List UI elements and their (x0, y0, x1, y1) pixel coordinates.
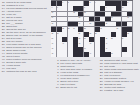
clue-number: 25 (84, 27, 85, 29)
clue-number: 49 (89, 52, 90, 54)
grid-cell[interactable]: 13 (84, 12, 89, 17)
grid-cell[interactable] (62, 47, 67, 52)
grid-cell[interactable] (116, 37, 121, 42)
clue-number: 46 (84, 47, 85, 49)
clue-number: 43 (89, 42, 90, 44)
clue-number: 18 (52, 22, 53, 24)
grid-cell-black (111, 1, 116, 6)
clue-number: 17 (127, 16, 128, 18)
clue-number: 1 (62, 1, 63, 3)
clue-number: 36 (84, 37, 85, 39)
grid-cell-black (122, 27, 127, 32)
grid-cell[interactable] (95, 6, 100, 11)
grid-cell[interactable]: 39 (122, 37, 127, 42)
grid-cell[interactable]: 32 (95, 32, 100, 37)
grid-cell[interactable] (68, 47, 73, 52)
clue-item-number: 50. (2, 70, 6, 73)
grid-cell[interactable] (127, 22, 132, 27)
grid-cell-black (78, 6, 83, 11)
grid-cell[interactable]: 4 (95, 1, 100, 6)
grid-cell[interactable] (127, 52, 132, 57)
grid-cell[interactable] (105, 27, 110, 32)
grid-cell-black (84, 52, 89, 57)
grid-cell[interactable]: 31 (89, 32, 94, 37)
grid-cell[interactable]: 18 (51, 22, 56, 27)
across-clue-list: 11. Places to dry fresh hops13. Classica… (2, 1, 51, 73)
grid-cell[interactable]: 36 (84, 37, 89, 42)
grid-cell-black (116, 1, 121, 6)
grid-cell-black (100, 42, 105, 47)
grid-cell[interactable]: 41 (62, 42, 67, 47)
grid-cell[interactable] (68, 12, 73, 17)
grid-cell[interactable] (116, 42, 121, 47)
grid-cell[interactable] (62, 52, 67, 57)
clue-number: 13 (84, 11, 85, 13)
grid-cell[interactable] (84, 17, 89, 22)
grid-cell-black (73, 52, 78, 57)
grid-cell[interactable] (68, 32, 73, 37)
grid-cell[interactable] (89, 6, 94, 11)
grid-cell-black (100, 12, 105, 17)
grid-cell[interactable]: 20 (89, 22, 94, 27)
clue-number: 5 (127, 1, 128, 3)
grid-cell[interactable]: 7 (57, 6, 62, 11)
grid-cell[interactable] (62, 32, 67, 37)
grid-cell[interactable]: 38 (111, 37, 116, 42)
grid-cell[interactable] (100, 17, 105, 22)
grid-cell[interactable] (62, 17, 67, 22)
crossword-grid[interactable]: 1234567891011121314151617181920212223242… (51, 0, 133, 57)
grid-cell[interactable] (73, 17, 78, 22)
grid-cell[interactable]: 21 (105, 22, 110, 27)
clue-number: 21 (106, 22, 107, 24)
grid-cell[interactable]: 49 (89, 52, 94, 57)
clue-number: 44 (106, 42, 107, 44)
grid-cell[interactable]: 33 (127, 32, 132, 37)
grid-cell[interactable]: 46 (84, 47, 89, 52)
clue-number: 37 (106, 37, 107, 39)
clue-number: 2 (68, 1, 69, 3)
clue-number: 4 (95, 1, 96, 3)
grid-cell[interactable]: 2 (68, 1, 73, 6)
clue-number: 8 (84, 6, 85, 8)
down-clue-list-right: 12. Sunscreen stat, briefly15. Long-runn… (100, 59, 140, 92)
grid-cell[interactable] (57, 52, 62, 57)
clue-item-number: 30. (100, 89, 104, 92)
grid-cell-black (73, 47, 78, 52)
clue-number: 16 (111, 16, 112, 18)
clue-number: 10 (122, 6, 123, 8)
grid-cell[interactable] (100, 1, 105, 6)
clue-number: 33 (127, 32, 128, 34)
grid-cell[interactable] (57, 42, 62, 47)
grid-cell[interactable] (73, 32, 78, 37)
grid-cell[interactable] (122, 42, 127, 47)
grid-cell[interactable] (111, 22, 116, 27)
grid-cell-black (122, 22, 127, 27)
grid-cell[interactable] (57, 12, 62, 17)
grid-cell[interactable] (68, 6, 73, 11)
clue-number: 15 (79, 16, 80, 18)
grid-cell[interactable]: 9 (105, 6, 110, 11)
grid-cell[interactable] (68, 42, 73, 47)
grid-cell[interactable] (57, 37, 62, 42)
grid-cell[interactable]: 5 (127, 1, 132, 6)
grid-cell[interactable]: 26 (100, 27, 105, 32)
grid-cell[interactable]: 16 (111, 17, 116, 22)
grid-cell[interactable]: 19 (78, 22, 83, 27)
grid-cell[interactable] (122, 17, 127, 22)
grid-cell[interactable] (57, 47, 62, 52)
grid-cell[interactable] (57, 22, 62, 27)
down-clue-list-left: 1. Drawn in “The Age of Anxiety”2. Like … (56, 59, 99, 89)
clue-number: 50 (111, 52, 112, 54)
grid-cell-black (78, 52, 83, 57)
grid-cell[interactable] (95, 42, 100, 47)
grid-cell[interactable] (73, 1, 78, 6)
grid-cell[interactable] (95, 52, 100, 57)
grid-cell-black (116, 12, 121, 17)
clue-number: 19 (79, 22, 80, 24)
clue-number: 3 (89, 1, 90, 3)
clue-number: 29 (57, 32, 58, 34)
clue-number: 34 (52, 37, 53, 39)
clue-number: 14 (52, 16, 53, 18)
grid-cell-black (122, 47, 127, 52)
clue-number: 7 (57, 6, 58, 8)
grid-cell[interactable] (111, 42, 116, 47)
grid-cell[interactable] (95, 47, 100, 52)
clue-item-number: 10. (56, 86, 60, 89)
clue-item: 30. Frosted, as a cake (100, 89, 140, 92)
clue-number: 45 (52, 47, 53, 49)
grid-cell[interactable]: 1 (62, 1, 67, 6)
grid-cell[interactable] (100, 32, 105, 37)
clue-number: 47 (106, 47, 107, 49)
grid-cell[interactable] (78, 1, 83, 6)
clue-number: 12 (73, 11, 74, 13)
grid-cell[interactable] (111, 27, 116, 32)
grid-cell-black (116, 6, 121, 11)
grid-cell-black (100, 37, 105, 42)
grid-cell[interactable] (116, 47, 121, 52)
clue-item: 50. Watched the kids all day long (2, 70, 51, 73)
clue-number: 32 (95, 32, 96, 34)
clue-number: 40 (52, 42, 53, 44)
grid-cell[interactable]: 47 (105, 47, 110, 52)
clue-number: 30 (79, 32, 80, 34)
grid-cell-black (78, 47, 83, 52)
grid-cell[interactable] (111, 6, 116, 11)
grid-cell-black (73, 37, 78, 42)
grid-cell-black (100, 52, 105, 57)
clue-number: 22 (62, 27, 63, 29)
clue-number: 35 (79, 37, 80, 39)
grid-cell[interactable]: 10 (122, 6, 127, 11)
grid-cell-black (100, 6, 105, 11)
clue-number: 41 (62, 42, 63, 44)
grid-cell[interactable]: 43 (89, 42, 94, 47)
grid-cell[interactable] (127, 6, 132, 11)
grid-cell[interactable] (116, 52, 121, 57)
grid-cell-black (95, 12, 100, 17)
grid-cell[interactable] (116, 32, 121, 37)
clue-number: 24 (73, 27, 74, 29)
grid-cell[interactable] (57, 17, 62, 22)
clue-number: 42 (79, 42, 80, 44)
grid-cell[interactable]: 27 (116, 27, 121, 32)
grid-cell[interactable] (68, 52, 73, 57)
clue-item: 10. Small bite to eat (56, 86, 99, 89)
clue-number: 27 (116, 27, 117, 29)
clue-number: 11 (52, 11, 53, 13)
clue-number: 31 (89, 32, 90, 34)
grid-cell[interactable] (68, 37, 73, 42)
grid-cell[interactable]: 50 (111, 52, 116, 57)
grid-cell-black (73, 42, 78, 47)
grid-cell-black (105, 52, 110, 57)
grid-cell-black (95, 17, 100, 22)
grid-cell[interactable] (127, 42, 132, 47)
grid-cell[interactable]: 29 (57, 32, 62, 37)
grid-cell[interactable] (122, 12, 127, 17)
grid-cell[interactable]: 3 (89, 1, 94, 6)
grid-cell[interactable] (62, 12, 67, 17)
clue-number: 23 (68, 27, 69, 29)
crossword-puzzle-page: 11. Places to dry fresh hops13. Classica… (0, 0, 140, 105)
grid-cell[interactable]: 42 (78, 42, 83, 47)
grid-cell[interactable]: 24 (73, 27, 78, 32)
grid-cell[interactable]: 23 (68, 27, 73, 32)
grid-cell-black (100, 47, 105, 52)
grid-cell[interactable] (105, 12, 110, 17)
grid-cell[interactable] (95, 37, 100, 42)
grid-cell-black (95, 22, 100, 27)
grid-cell[interactable] (89, 12, 94, 17)
clue-number: 26 (100, 27, 101, 29)
grid-cell[interactable] (62, 6, 67, 11)
grid-cell[interactable]: 25 (84, 27, 89, 32)
grid-cell[interactable] (127, 37, 132, 42)
grid-cell[interactable] (68, 17, 73, 22)
grid-cell[interactable]: 22 (62, 27, 67, 32)
clue-number: 20 (89, 22, 90, 24)
grid-cell[interactable]: 12 (73, 12, 78, 17)
grid-cell[interactable] (122, 52, 127, 57)
clue-number: 6 (52, 6, 53, 8)
clue-number: 28 (52, 32, 53, 34)
grid-cell[interactable] (127, 47, 132, 52)
grid-cell[interactable]: 17 (127, 17, 132, 22)
clue-number: 38 (111, 37, 112, 39)
clue-number: 9 (106, 6, 107, 8)
grid-cell[interactable]: 48 (51, 52, 56, 57)
grid-cell[interactable] (116, 17, 121, 22)
clue-number: 48 (52, 52, 53, 54)
clue-number: 39 (122, 37, 123, 39)
